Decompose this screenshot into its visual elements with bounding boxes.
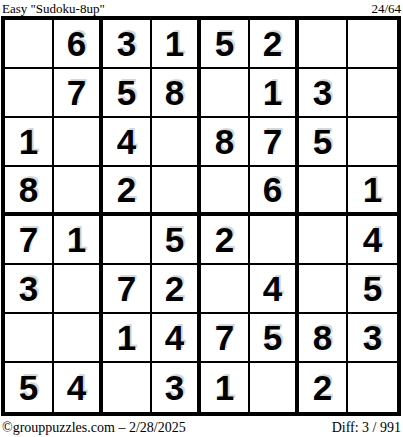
cell-r6c7[interactable] [299, 265, 348, 314]
cell-r2c5[interactable] [201, 69, 250, 118]
cell-r2c2[interactable]: 7 [54, 69, 103, 118]
cell-r8c3[interactable] [103, 363, 152, 412]
cell-r5c6[interactable] [250, 216, 299, 265]
footer-difficulty: Diff: 3 / 991 [332, 420, 401, 436]
cell-r1c1[interactable] [5, 20, 54, 69]
cell-r4c5[interactable] [201, 167, 250, 216]
cell-r7c2[interactable] [54, 314, 103, 363]
cell-r7c6[interactable]: 5 [250, 314, 299, 363]
sudoku-grid: 6315275813148758261715243724514758354312 [1, 16, 401, 416]
cell-r8c1[interactable]: 5 [5, 363, 54, 412]
cell-r7c7[interactable]: 8 [299, 314, 348, 363]
page-header: Easy "Sudoku-8up" 24/64 [0, 0, 403, 16]
cell-r8c5[interactable]: 1 [201, 363, 250, 412]
cell-r6c4[interactable]: 2 [152, 265, 201, 314]
cell-r5c3[interactable] [103, 216, 152, 265]
cell-r3c7[interactable]: 5 [299, 118, 348, 167]
cell-r6c2[interactable] [54, 265, 103, 314]
cell-r8c8[interactable] [348, 363, 397, 412]
cell-r1c3[interactable]: 3 [103, 20, 152, 69]
cell-r4c6[interactable]: 6 [250, 167, 299, 216]
cell-r5c4[interactable]: 5 [152, 216, 201, 265]
cell-r3c5[interactable]: 8 [201, 118, 250, 167]
cell-r5c7[interactable] [299, 216, 348, 265]
cell-r2c4[interactable]: 8 [152, 69, 201, 118]
cell-r8c7[interactable]: 2 [299, 363, 348, 412]
cell-r1c4[interactable]: 1 [152, 20, 201, 69]
cell-r1c7[interactable] [299, 20, 348, 69]
footer-copyright: ©grouppuzzles.com – 2/28/2025 [2, 420, 186, 436]
cell-r4c2[interactable] [54, 167, 103, 216]
cell-r8c4[interactable]: 3 [152, 363, 201, 412]
cell-r7c5[interactable]: 7 [201, 314, 250, 363]
cell-r5c8[interactable]: 4 [348, 216, 397, 265]
cell-r7c4[interactable]: 4 [152, 314, 201, 363]
cell-r2c8[interactable] [348, 69, 397, 118]
cell-r1c2[interactable]: 6 [54, 20, 103, 69]
cell-r2c6[interactable]: 1 [250, 69, 299, 118]
cell-r8c2[interactable]: 4 [54, 363, 103, 412]
cell-r6c8[interactable]: 5 [348, 265, 397, 314]
page-title: Easy "Sudoku-8up" [2, 2, 105, 15]
cell-r5c2[interactable]: 1 [54, 216, 103, 265]
cell-r1c6[interactable]: 2 [250, 20, 299, 69]
cell-r2c3[interactable]: 5 [103, 69, 152, 118]
cell-r2c7[interactable]: 3 [299, 69, 348, 118]
cell-r3c2[interactable] [54, 118, 103, 167]
cell-r3c3[interactable]: 4 [103, 118, 152, 167]
cell-r4c8[interactable]: 1 [348, 167, 397, 216]
cell-r3c1[interactable]: 1 [5, 118, 54, 167]
cell-r1c5[interactable]: 5 [201, 20, 250, 69]
cell-r2c1[interactable] [5, 69, 54, 118]
cell-r4c4[interactable] [152, 167, 201, 216]
cell-r3c8[interactable] [348, 118, 397, 167]
cell-r8c6[interactable] [250, 363, 299, 412]
cell-r5c1[interactable]: 7 [5, 216, 54, 265]
cell-r7c1[interactable] [5, 314, 54, 363]
cell-r3c6[interactable]: 7 [250, 118, 299, 167]
cell-r4c1[interactable]: 8 [5, 167, 54, 216]
cell-r4c7[interactable] [299, 167, 348, 216]
cell-r1c8[interactable] [348, 20, 397, 69]
cell-r6c3[interactable]: 7 [103, 265, 152, 314]
cell-r7c3[interactable]: 1 [103, 314, 152, 363]
cell-r5c5[interactable]: 2 [201, 216, 250, 265]
cell-r3c4[interactable] [152, 118, 201, 167]
page-footer: ©grouppuzzles.com – 2/28/2025 Diff: 3 / … [0, 420, 403, 436]
cell-r6c6[interactable]: 4 [250, 265, 299, 314]
empty-cell-counter: 24/64 [371, 2, 401, 15]
cell-r6c5[interactable] [201, 265, 250, 314]
cell-r4c3[interactable]: 2 [103, 167, 152, 216]
cell-r6c1[interactable]: 3 [5, 265, 54, 314]
cell-r7c8[interactable]: 3 [348, 314, 397, 363]
